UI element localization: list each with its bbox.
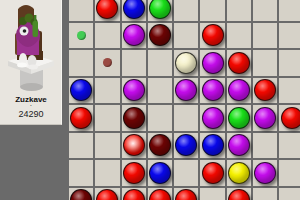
board-cell[interactable] <box>253 50 277 76</box>
board-cell[interactable] <box>279 23 300 49</box>
board-cell[interactable] <box>95 105 119 131</box>
board-cell[interactable] <box>69 188 93 201</box>
ball-magenta[interactable] <box>175 79 197 101</box>
board-cell[interactable] <box>122 0 146 21</box>
board-cell[interactable] <box>148 50 172 76</box>
board-cell[interactable] <box>122 78 146 104</box>
board-cell[interactable] <box>174 50 198 76</box>
ball-blue[interactable] <box>70 79 92 101</box>
ball-red[interactable] <box>202 24 224 46</box>
board-cell[interactable] <box>174 78 198 104</box>
board-cell[interactable] <box>279 78 300 104</box>
ball-magenta[interactable] <box>228 79 250 101</box>
board-cell[interactable] <box>122 23 146 49</box>
board-cell[interactable] <box>148 23 172 49</box>
ball-red-selected[interactable] <box>123 134 145 156</box>
player-avatar <box>6 1 56 93</box>
board-cell[interactable] <box>122 105 146 131</box>
board-cell[interactable] <box>227 188 251 201</box>
board-cell[interactable] <box>148 160 172 186</box>
board-cell[interactable] <box>227 105 251 131</box>
ball-red[interactable] <box>254 79 276 101</box>
ball-magenta[interactable] <box>202 107 224 129</box>
ball-blue[interactable] <box>175 134 197 156</box>
board-cell[interactable] <box>253 188 277 201</box>
board-cell[interactable] <box>279 0 300 21</box>
board-cell[interactable] <box>227 50 251 76</box>
board-cell[interactable] <box>95 133 119 159</box>
board-cell[interactable] <box>69 133 93 159</box>
board-cell[interactable] <box>253 133 277 159</box>
board-cell[interactable] <box>279 133 300 159</box>
board-cell[interactable] <box>95 78 119 104</box>
ball-maroon[interactable] <box>123 107 145 129</box>
ball-red[interactable] <box>175 189 197 200</box>
board-cell[interactable] <box>69 0 93 21</box>
board-cell[interactable] <box>148 188 172 201</box>
board-cell[interactable] <box>200 78 224 104</box>
board-cell[interactable] <box>200 188 224 201</box>
board-cell[interactable] <box>200 133 224 159</box>
ball-magenta[interactable] <box>202 79 224 101</box>
next-ball-preview-brown <box>103 58 112 67</box>
ball-yellow[interactable] <box>228 162 250 184</box>
board-cell[interactable] <box>69 78 93 104</box>
ball-red[interactable] <box>149 189 171 200</box>
ball-magenta[interactable] <box>254 107 276 129</box>
player-panel: Zuzkave · 24290 <box>0 0 62 125</box>
ball-green[interactable] <box>228 107 250 129</box>
board-cell[interactable] <box>122 133 146 159</box>
board-cell[interactable] <box>174 188 198 201</box>
board-cell[interactable] <box>95 160 119 186</box>
player-score: 24290 <box>0 109 62 119</box>
board-cell[interactable] <box>227 133 251 159</box>
board-cell[interactable] <box>200 105 224 131</box>
ball-maroon[interactable] <box>70 189 92 200</box>
board-cell[interactable] <box>69 50 93 76</box>
board-cell[interactable] <box>122 188 146 201</box>
board-cell[interactable] <box>122 160 146 186</box>
board-cell[interactable] <box>148 105 172 131</box>
board-cell[interactable] <box>95 50 119 76</box>
name-score-separator: · <box>0 103 62 108</box>
board-cell[interactable] <box>95 0 119 21</box>
board-cell[interactable] <box>95 23 119 49</box>
ball-magenta[interactable] <box>123 79 145 101</box>
board-cell[interactable] <box>174 23 198 49</box>
board-cell[interactable] <box>148 133 172 159</box>
board-cell[interactable] <box>227 78 251 104</box>
ball-blue[interactable] <box>123 0 145 19</box>
ball-cream[interactable] <box>175 52 197 74</box>
board-cell[interactable] <box>253 23 277 49</box>
board-cell[interactable] <box>174 0 198 21</box>
board-cell[interactable] <box>279 50 300 76</box>
ball-red[interactable] <box>202 162 224 184</box>
ball-blue[interactable] <box>149 162 171 184</box>
board-cell[interactable] <box>200 50 224 76</box>
next-ball-preview-green <box>77 31 86 40</box>
ball-red[interactable] <box>123 189 145 200</box>
board-cell[interactable] <box>148 0 172 21</box>
ball-blue[interactable] <box>202 134 224 156</box>
board-cell[interactable] <box>148 78 172 104</box>
ball-red[interactable] <box>70 107 92 129</box>
game-board <box>69 0 300 200</box>
board-cell[interactable] <box>253 160 277 186</box>
board-cell[interactable] <box>174 133 198 159</box>
board-cell[interactable] <box>279 188 300 201</box>
board-cell[interactable] <box>200 160 224 186</box>
ball-magenta[interactable] <box>123 24 145 46</box>
board-cell[interactable] <box>174 105 198 131</box>
board-cell[interactable] <box>279 105 300 131</box>
board-cell[interactable] <box>200 23 224 49</box>
board-cell[interactable] <box>122 50 146 76</box>
board-cell[interactable] <box>69 105 93 131</box>
board-cell[interactable] <box>200 0 224 21</box>
ball-maroon[interactable] <box>149 134 171 156</box>
board-cell[interactable] <box>227 0 251 21</box>
ball-red[interactable] <box>123 162 145 184</box>
ball-red[interactable] <box>96 0 118 19</box>
board-cell[interactable] <box>253 78 277 104</box>
board-cell[interactable] <box>174 160 198 186</box>
ball-red[interactable] <box>228 52 250 74</box>
board-cell[interactable] <box>253 0 277 21</box>
board-cell[interactable] <box>227 23 251 49</box>
board-cell[interactable] <box>227 160 251 186</box>
ball-red[interactable] <box>281 107 300 129</box>
board-cell[interactable] <box>279 160 300 186</box>
board-cell[interactable] <box>95 188 119 201</box>
board-cell[interactable] <box>253 105 277 131</box>
ball-magenta[interactable] <box>228 134 250 156</box>
ball-magenta[interactable] <box>202 52 224 74</box>
ball-red[interactable] <box>228 189 250 200</box>
ball-maroon[interactable] <box>149 24 171 46</box>
ball-red[interactable] <box>96 189 118 200</box>
ball-magenta[interactable] <box>254 162 276 184</box>
app-window: Zuzkave · 24290 <box>0 0 300 200</box>
ball-green[interactable] <box>149 0 171 19</box>
board-cell[interactable] <box>69 160 93 186</box>
board-cell[interactable] <box>69 23 93 49</box>
